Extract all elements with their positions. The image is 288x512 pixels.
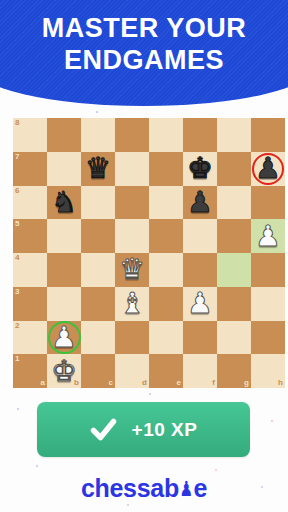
square-c4[interactable] [81, 253, 115, 287]
square-b1[interactable]: ♚b [47, 354, 81, 388]
square-d5[interactable] [115, 219, 149, 253]
white-bishop-piece: ♝ [119, 289, 145, 318]
square-d6[interactable] [115, 186, 149, 220]
square-h8[interactable] [251, 118, 285, 152]
square-e8[interactable] [149, 118, 183, 152]
rank-label-6: 6 [15, 187, 19, 195]
square-g4[interactable] [217, 253, 251, 287]
square-f8[interactable] [183, 118, 217, 152]
chessable-logo: chessab♟e [0, 474, 288, 503]
square-b3[interactable] [47, 287, 81, 321]
banner-title-line2: ENDGAMES [0, 44, 288, 76]
square-h5[interactable]: ♟ [251, 219, 285, 253]
rank-label-2: 2 [15, 322, 19, 330]
square-a6[interactable]: 6 [13, 186, 47, 220]
square-b4[interactable] [47, 253, 81, 287]
rank-label-7: 7 [15, 153, 19, 161]
square-h3[interactable] [251, 287, 285, 321]
square-e7[interactable] [149, 152, 183, 186]
square-b8[interactable] [47, 118, 81, 152]
logo-text-suffix: e [193, 474, 207, 502]
square-h1[interactable]: h [251, 354, 285, 388]
square-d7[interactable] [115, 152, 149, 186]
square-a2[interactable]: 2 [13, 321, 47, 355]
square-d8[interactable] [115, 118, 149, 152]
square-a7[interactable]: 7 [13, 152, 47, 186]
checkmark-icon [90, 418, 117, 441]
black-king-piece: ♚ [187, 154, 213, 183]
square-c1[interactable]: c [81, 354, 115, 388]
rank-label-1: 1 [15, 355, 19, 363]
square-g7[interactable] [217, 152, 251, 186]
logo-pawn-icon: ♟ [180, 477, 193, 501]
square-h4[interactable] [251, 253, 285, 287]
square-g3[interactable] [217, 287, 251, 321]
square-c6[interactable] [81, 186, 115, 220]
square-c5[interactable] [81, 219, 115, 253]
square-a8[interactable]: 8 [13, 118, 47, 152]
rank-label-4: 4 [15, 254, 19, 262]
square-e3[interactable] [149, 287, 183, 321]
square-d2[interactable] [115, 321, 149, 355]
white-queen-piece: ♛ [119, 255, 145, 284]
black-pawn-piece: ♟ [187, 188, 213, 217]
black-knight-piece: ♞ [51, 188, 77, 217]
file-label-d: d [142, 379, 147, 387]
white-pawn-piece: ♟ [255, 222, 281, 251]
square-a1[interactable]: 1a [13, 354, 47, 388]
square-c3[interactable] [81, 287, 115, 321]
square-d1[interactable]: d [115, 354, 149, 388]
white-king-piece: ♚ [51, 357, 77, 386]
square-f3[interactable]: ♟ [183, 287, 217, 321]
white-pawn-piece: ♟ [187, 289, 213, 318]
banner-title: MASTER YOUR ENDGAMES [0, 0, 288, 76]
square-a4[interactable]: 4 [13, 253, 47, 287]
file-label-f: f [212, 379, 215, 387]
xp-button-label: +10 XP [132, 419, 198, 441]
ad-screen: MASTER YOUR ENDGAMES 87♛♚♟6♞♟5♟4♛3♝♟2♟1a… [0, 0, 288, 512]
square-h6[interactable] [251, 186, 285, 220]
square-e6[interactable] [149, 186, 183, 220]
square-f1[interactable]: f [183, 354, 217, 388]
square-f4[interactable] [183, 253, 217, 287]
file-label-e: e [177, 379, 181, 387]
square-c2[interactable] [81, 321, 115, 355]
rank-label-8: 8 [15, 119, 19, 127]
chess-board: 87♛♚♟6♞♟5♟4♛3♝♟2♟1a♚bcdefgh [13, 118, 285, 388]
rank-label-5: 5 [15, 220, 19, 228]
square-f5[interactable] [183, 219, 217, 253]
square-g2[interactable] [217, 321, 251, 355]
square-d3[interactable]: ♝ [115, 287, 149, 321]
square-a3[interactable]: 3 [13, 287, 47, 321]
banner: MASTER YOUR ENDGAMES [0, 0, 288, 106]
square-g8[interactable] [217, 118, 251, 152]
square-e4[interactable] [149, 253, 183, 287]
square-f2[interactable] [183, 321, 217, 355]
white-pawn-piece: ♟ [51, 323, 77, 352]
xp-reward-button[interactable]: +10 XP [37, 402, 250, 457]
banner-title-line1: MASTER YOUR [0, 12, 288, 44]
square-e5[interactable] [149, 219, 183, 253]
square-c8[interactable] [81, 118, 115, 152]
rank-label-3: 3 [15, 288, 19, 296]
square-f7[interactable]: ♚ [183, 152, 217, 186]
square-b2[interactable]: ♟ [47, 321, 81, 355]
square-b6[interactable]: ♞ [47, 186, 81, 220]
file-label-h: h [278, 379, 283, 387]
file-label-g: g [244, 379, 249, 387]
square-a5[interactable]: 5 [13, 219, 47, 253]
square-g1[interactable]: g [217, 354, 251, 388]
square-f6[interactable]: ♟ [183, 186, 217, 220]
square-c7[interactable]: ♛ [81, 152, 115, 186]
square-g6[interactable] [217, 186, 251, 220]
square-e2[interactable] [149, 321, 183, 355]
square-b7[interactable] [47, 152, 81, 186]
black-queen-piece: ♛ [85, 154, 111, 183]
square-h7[interactable]: ♟ [251, 152, 285, 186]
file-label-a: a [41, 379, 45, 387]
square-h2[interactable] [251, 321, 285, 355]
logo-text-prefix: chessab [81, 474, 179, 502]
square-e1[interactable]: e [149, 354, 183, 388]
square-b5[interactable] [47, 219, 81, 253]
square-g5[interactable] [217, 219, 251, 253]
file-label-c: c [109, 379, 113, 387]
square-d4[interactable]: ♛ [115, 253, 149, 287]
black-pawn-piece: ♟ [255, 154, 281, 183]
